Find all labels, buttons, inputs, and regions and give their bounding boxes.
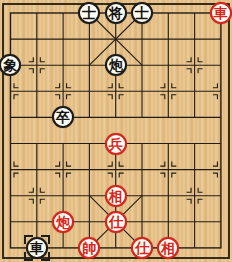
intersection-4-2: 炮 bbox=[103, 52, 129, 78]
piece-grid: 士将士車象炮卒兵相炮仕車帥仕相 bbox=[0, 0, 232, 261]
intersection-3-9: 帥 bbox=[76, 235, 102, 261]
intersection-2-8: 炮 bbox=[50, 209, 76, 235]
xiangqi-board[interactable]: 士将士車象炮卒兵相炮仕車帥仕相 bbox=[0, 0, 232, 262]
intersection-3-0: 士 bbox=[76, 0, 102, 26]
piece-black-advisor-right[interactable]: 士 bbox=[131, 2, 153, 24]
intersection-4-7: 相 bbox=[103, 183, 129, 209]
piece-black-soldier[interactable]: 卒 bbox=[52, 106, 74, 128]
intersection-2-4: 卒 bbox=[50, 104, 76, 130]
intersection-0-2: 象 bbox=[0, 52, 24, 78]
piece-red-advisor-center[interactable]: 仕 bbox=[105, 211, 127, 233]
intersection-4-0: 将 bbox=[103, 0, 129, 26]
piece-black-chariot[interactable]: 車 bbox=[26, 237, 48, 259]
piece-red-general[interactable]: 帥 bbox=[78, 237, 100, 259]
piece-red-cannon[interactable]: 炮 bbox=[52, 211, 74, 233]
piece-red-chariot[interactable]: 車 bbox=[210, 2, 232, 24]
piece-red-soldier[interactable]: 兵 bbox=[105, 133, 127, 155]
piece-red-elephant-center[interactable]: 相 bbox=[105, 185, 127, 207]
piece-black-cannon[interactable]: 炮 bbox=[105, 54, 127, 76]
piece-black-elephant[interactable]: 象 bbox=[0, 54, 21, 76]
intersection-1-9: 車 bbox=[24, 235, 50, 261]
intersection-8-0: 車 bbox=[208, 0, 232, 26]
piece-black-general[interactable]: 将 bbox=[105, 2, 127, 24]
intersection-4-8: 仕 bbox=[103, 209, 129, 235]
intersection-5-0: 士 bbox=[129, 0, 155, 26]
piece-black-advisor-left[interactable]: 士 bbox=[78, 2, 100, 24]
piece-red-elephant-right[interactable]: 相 bbox=[157, 237, 179, 259]
piece-red-advisor-right[interactable]: 仕 bbox=[131, 237, 153, 259]
intersection-6-9: 相 bbox=[155, 235, 181, 261]
intersection-4-5: 兵 bbox=[103, 130, 129, 156]
intersection-5-9: 仕 bbox=[129, 235, 155, 261]
